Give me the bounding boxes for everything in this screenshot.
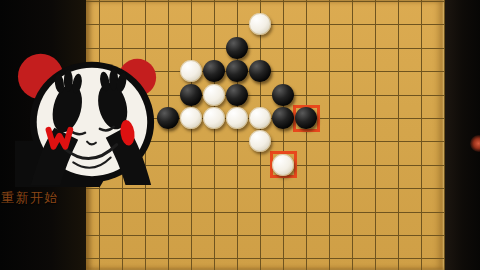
stone-white [249,13,271,35]
stone-black [272,107,294,129]
grid-line-horizontal [86,235,445,236]
stone-black [226,60,248,82]
grid-line-vertical [329,0,330,270]
grid-line-horizontal [86,258,445,259]
red-circle-decoration [470,135,480,152]
stone-black [249,60,271,82]
grid-line-vertical [283,0,284,270]
stone-white [272,154,294,176]
grid-line-horizontal [86,188,445,189]
grid-line-vertical [168,0,169,270]
stone-white [203,107,225,129]
grid-line-vertical [398,0,399,270]
stone-white [203,84,225,106]
grid-line-horizontal [86,212,445,213]
game-screen: 重新开始 [0,0,480,270]
stone-black [226,84,248,106]
restart-button[interactable]: 重新开始 [1,190,59,205]
stone-black [295,107,317,129]
stone-white [180,107,202,129]
stone-white [249,107,271,129]
stone-black [203,60,225,82]
stone-black [272,84,294,106]
right-panel [445,0,480,270]
grid-line-vertical [352,0,353,270]
stone-black [180,84,202,106]
stone-white [249,130,271,152]
grid-line-vertical [306,0,307,270]
grid-line-vertical [214,0,215,270]
grid-line-horizontal [86,1,445,2]
stone-black [226,37,248,59]
grid-line-vertical [191,0,192,270]
stone-white [180,60,202,82]
panda-meme-sticker [15,46,163,188]
grid-line-vertical [421,0,422,270]
stone-white [226,107,248,129]
grid-line-vertical [375,0,376,270]
